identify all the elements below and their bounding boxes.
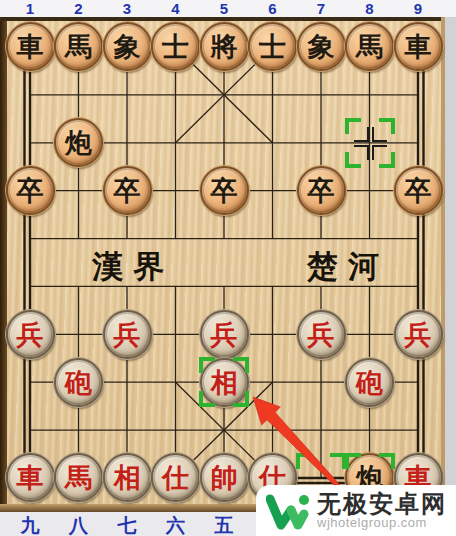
piece-red-cannon[interactable]: 砲 — [54, 358, 103, 407]
marker-corner — [296, 453, 312, 469]
piece-red-pawn[interactable]: 兵 — [6, 310, 55, 359]
piece-black-pawn[interactable]: 卒 — [6, 166, 55, 215]
piece-black-king[interactable]: 將 — [200, 22, 249, 71]
piece-black-elephant[interactable]: 象 — [103, 22, 152, 71]
marker-corner — [199, 391, 215, 407]
marker-corner — [233, 357, 249, 373]
watermark: 无极安卓网 wjhotelgroup.com — [256, 485, 456, 536]
file-label: 8 — [365, 0, 373, 17]
watermark-logo-icon — [266, 492, 310, 530]
marker-corner — [379, 453, 395, 469]
crosshair-icon — [372, 145, 387, 160]
file-label: 七 — [118, 513, 137, 536]
marker-corner — [199, 357, 215, 373]
piece-black-pawn[interactable]: 卒 — [200, 166, 249, 215]
piece-black-rook[interactable]: 車 — [394, 22, 443, 71]
file-label: 1 — [26, 0, 34, 17]
board: 車馬象士將士象馬車炮卒卒卒卒卒兵兵兵兵兵砲相砲車馬相仕帥仕炮車 — [6, 23, 443, 502]
piece-black-pawn[interactable]: 卒 — [297, 166, 346, 215]
xiangqi-app-screen: 漢界 楚河 123456789 九八七六五四三二一 車馬象士將士象馬車炮卒卒卒卒… — [0, 0, 456, 536]
last-move-marker — [199, 357, 249, 407]
file-label: 9 — [414, 0, 422, 17]
piece-black-advisor[interactable]: 士 — [248, 22, 297, 71]
marker-corner — [233, 391, 249, 407]
piece-red-king[interactable]: 帥 — [200, 453, 249, 502]
file-label: 6 — [268, 0, 276, 17]
piece-red-advisor[interactable]: 仕 — [151, 453, 200, 502]
file-label: 3 — [123, 0, 131, 17]
piece-red-pawn[interactable]: 兵 — [297, 310, 346, 359]
file-numbers-top: 123456789 — [6, 0, 443, 17]
watermark-text: 无极安卓网 wjhotelgroup.com — [317, 491, 447, 530]
watermark-domain: wjhotelgroup.com — [317, 516, 447, 530]
piece-red-pawn[interactable]: 兵 — [103, 310, 152, 359]
piece-black-advisor[interactable]: 士 — [151, 22, 200, 71]
file-label: 五 — [215, 513, 234, 536]
file-label: 4 — [171, 0, 179, 17]
piece-black-pawn[interactable]: 卒 — [394, 166, 443, 215]
piece-red-horse[interactable]: 馬 — [54, 453, 103, 502]
crosshair-icon — [354, 145, 369, 160]
piece-red-cannon[interactable]: 砲 — [345, 358, 394, 407]
piece-black-pawn[interactable]: 卒 — [103, 166, 152, 215]
piece-red-pawn[interactable]: 兵 — [200, 310, 249, 359]
piece-black-cannon[interactable]: 炮 — [54, 118, 103, 167]
piece-red-pawn[interactable]: 兵 — [394, 310, 443, 359]
file-label: 九 — [21, 513, 40, 536]
marker-corner — [345, 453, 361, 469]
file-label: 八 — [69, 513, 88, 536]
piece-red-elephant[interactable]: 相 — [103, 453, 152, 502]
watermark-name: 无极安卓网 — [317, 491, 447, 516]
piece-red-rook[interactable]: 車 — [6, 453, 55, 502]
cursor-marker — [345, 118, 395, 168]
piece-black-horse[interactable]: 馬 — [345, 22, 394, 71]
file-label: 7 — [317, 0, 325, 17]
file-label: 5 — [220, 0, 228, 17]
piece-black-horse[interactable]: 馬 — [54, 22, 103, 71]
piece-black-rook[interactable]: 車 — [6, 22, 55, 71]
crosshair-icon — [354, 127, 369, 142]
file-label: 2 — [74, 0, 82, 17]
piece-black-elephant[interactable]: 象 — [297, 22, 346, 71]
crosshair-icon — [372, 127, 387, 142]
file-label: 六 — [166, 513, 185, 536]
